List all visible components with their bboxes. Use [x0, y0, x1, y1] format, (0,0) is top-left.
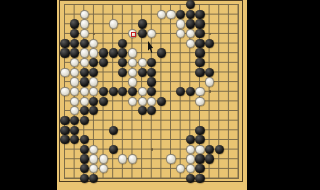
board-intersection[interactable] [234, 154, 244, 164]
board-intersection[interactable] [137, 135, 147, 145]
board-intersection[interactable] [234, 58, 244, 68]
board-intersection[interactable] [108, 96, 118, 106]
board-intersection[interactable] [137, 154, 147, 164]
board-intersection[interactable] [79, 154, 89, 164]
board-intersection[interactable] [234, 96, 244, 106]
board-intersection[interactable] [234, 164, 244, 174]
board-intersection[interactable] [224, 164, 234, 174]
board-intersection[interactable] [214, 106, 224, 116]
board-intersection[interactable] [205, 145, 215, 155]
board-intersection[interactable] [99, 48, 109, 58]
board-intersection[interactable] [176, 135, 186, 145]
board-intersection[interactable] [157, 19, 167, 29]
board-intersection[interactable] [147, 58, 157, 68]
go-playfield[interactable] [60, 0, 243, 183]
board-intersection[interactable] [99, 125, 109, 135]
board-intersection[interactable] [234, 77, 244, 87]
board-intersection[interactable] [157, 96, 167, 106]
board-intersection[interactable] [99, 19, 109, 29]
board-intersection[interactable] [99, 67, 109, 77]
board-intersection[interactable] [137, 174, 147, 184]
board-intersection[interactable] [108, 10, 118, 20]
board-intersection[interactable] [60, 125, 70, 135]
board-intersection[interactable] [70, 19, 80, 29]
board-intersection[interactable] [186, 29, 196, 39]
board-intersection[interactable] [157, 174, 167, 184]
board-intersection[interactable] [166, 10, 176, 20]
board-intersection[interactable] [79, 10, 89, 20]
board-intersection[interactable] [89, 116, 99, 126]
board-intersection[interactable] [79, 67, 89, 77]
board-intersection[interactable] [89, 19, 99, 29]
board-intersection[interactable] [89, 10, 99, 20]
board-intersection[interactable] [70, 164, 80, 174]
board-intersection[interactable] [205, 10, 215, 20]
board-intersection[interactable] [128, 48, 138, 58]
board-intersection[interactable] [147, 77, 157, 87]
board-intersection[interactable] [128, 0, 138, 10]
board-intersection[interactable] [205, 77, 215, 87]
board-intersection[interactable] [147, 19, 157, 29]
board-intersection[interactable] [205, 135, 215, 145]
board-intersection[interactable] [195, 164, 205, 174]
board-intersection[interactable] [214, 164, 224, 174]
board-intersection[interactable] [234, 39, 244, 49]
board-intersection[interactable] [205, 154, 215, 164]
board-intersection[interactable] [195, 87, 205, 97]
board-intersection[interactable] [224, 135, 234, 145]
board-intersection[interactable] [128, 116, 138, 126]
board-intersection[interactable] [137, 87, 147, 97]
board-intersection[interactable] [118, 58, 128, 68]
board-intersection[interactable] [234, 10, 244, 20]
board-intersection[interactable] [224, 10, 234, 20]
board-intersection[interactable] [157, 29, 167, 39]
board-intersection[interactable] [128, 39, 138, 49]
board-intersection[interactable] [89, 154, 99, 164]
board-intersection[interactable] [118, 154, 128, 164]
board-intersection[interactable] [186, 48, 196, 58]
board-intersection[interactable] [108, 0, 118, 10]
board-intersection[interactable] [234, 87, 244, 97]
board-intersection[interactable] [214, 174, 224, 184]
board-intersection[interactable] [205, 48, 215, 58]
board-intersection[interactable] [186, 125, 196, 135]
board-intersection[interactable] [157, 145, 167, 155]
board-intersection[interactable] [166, 67, 176, 77]
board-intersection[interactable] [70, 48, 80, 58]
board-intersection[interactable] [147, 135, 157, 145]
board-intersection[interactable] [99, 29, 109, 39]
board-intersection[interactable] [99, 164, 109, 174]
board-intersection[interactable] [234, 145, 244, 155]
board-intersection[interactable] [166, 125, 176, 135]
board-intersection[interactable] [186, 77, 196, 87]
board-intersection[interactable] [89, 87, 99, 97]
board-intersection[interactable] [205, 116, 215, 126]
board-intersection[interactable] [137, 116, 147, 126]
board-intersection[interactable] [70, 77, 80, 87]
board-intersection[interactable] [89, 145, 99, 155]
board-intersection[interactable] [166, 0, 176, 10]
board-intersection[interactable] [195, 10, 205, 20]
board-intersection[interactable] [214, 39, 224, 49]
board-intersection[interactable] [60, 164, 70, 174]
board-intersection[interactable] [137, 164, 147, 174]
board-intersection[interactable] [157, 135, 167, 145]
board-intersection[interactable] [89, 0, 99, 10]
board-intersection[interactable] [118, 77, 128, 87]
board-intersection[interactable] [205, 58, 215, 68]
board-intersection[interactable] [147, 174, 157, 184]
board-intersection[interactable] [205, 106, 215, 116]
board-intersection[interactable] [195, 29, 205, 39]
board-intersection[interactable] [60, 87, 70, 97]
board-intersection[interactable] [224, 29, 234, 39]
board-intersection[interactable] [89, 96, 99, 106]
board-intersection[interactable] [99, 116, 109, 126]
board-intersection[interactable] [205, 19, 215, 29]
board-intersection[interactable] [214, 145, 224, 155]
board-intersection[interactable] [60, 96, 70, 106]
board-intersection[interactable] [147, 0, 157, 10]
board-intersection[interactable] [176, 77, 186, 87]
board-intersection[interactable] [79, 116, 89, 126]
board-intersection[interactable] [186, 10, 196, 20]
board-intersection[interactable] [89, 48, 99, 58]
board-intersection[interactable] [137, 77, 147, 87]
board-intersection[interactable] [60, 174, 70, 184]
board-intersection[interactable] [214, 116, 224, 126]
board-intersection[interactable] [214, 10, 224, 20]
board-intersection[interactable] [157, 67, 167, 77]
board-intersection[interactable] [214, 58, 224, 68]
board-intersection[interactable] [79, 87, 89, 97]
board-intersection[interactable] [60, 106, 70, 116]
board-intersection[interactable] [89, 29, 99, 39]
board-intersection[interactable] [137, 125, 147, 135]
board-intersection[interactable] [89, 77, 99, 87]
board-intersection[interactable] [79, 77, 89, 87]
board-intersection[interactable] [195, 48, 205, 58]
board-intersection[interactable] [195, 19, 205, 29]
board-intersection[interactable] [147, 96, 157, 106]
board-intersection[interactable] [99, 58, 109, 68]
board-intersection[interactable] [108, 164, 118, 174]
board-intersection[interactable] [89, 174, 99, 184]
board-intersection[interactable] [166, 77, 176, 87]
board-intersection[interactable] [70, 96, 80, 106]
board-intersection[interactable] [137, 96, 147, 106]
board-intersection[interactable] [176, 116, 186, 126]
board-intersection[interactable] [60, 0, 70, 10]
board-intersection[interactable] [214, 19, 224, 29]
board-intersection[interactable] [70, 154, 80, 164]
board-intersection[interactable] [99, 135, 109, 145]
board-intersection[interactable] [79, 96, 89, 106]
board-intersection[interactable] [166, 58, 176, 68]
board-intersection[interactable] [108, 58, 118, 68]
board-intersection[interactable] [137, 10, 147, 20]
board-intersection[interactable] [157, 116, 167, 126]
board-intersection[interactable] [108, 125, 118, 135]
board-intersection[interactable] [108, 154, 118, 164]
board-intersection[interactable] [70, 116, 80, 126]
board-intersection[interactable] [214, 87, 224, 97]
board-intersection[interactable] [99, 0, 109, 10]
board-intersection[interactable] [118, 125, 128, 135]
board-intersection[interactable] [234, 106, 244, 116]
board-intersection[interactable] [70, 135, 80, 145]
board-intersection[interactable] [128, 10, 138, 20]
board-intersection[interactable] [186, 154, 196, 164]
board-intersection[interactable] [205, 29, 215, 39]
board-intersection[interactable] [166, 19, 176, 29]
board-intersection[interactable] [128, 135, 138, 145]
board-intersection[interactable] [157, 39, 167, 49]
board-intersection[interactable] [60, 145, 70, 155]
board-intersection[interactable] [157, 10, 167, 20]
board-intersection[interactable] [176, 145, 186, 155]
board-intersection[interactable] [99, 154, 109, 164]
board-intersection[interactable] [118, 0, 128, 10]
board-intersection[interactable] [118, 106, 128, 116]
board-intersection[interactable] [186, 96, 196, 106]
board-intersection[interactable] [205, 39, 215, 49]
board-intersection[interactable] [118, 96, 128, 106]
board-intersection[interactable] [195, 67, 205, 77]
board-intersection[interactable] [60, 135, 70, 145]
board-intersection[interactable] [176, 174, 186, 184]
board-intersection[interactable] [176, 39, 186, 49]
board-intersection[interactable] [128, 67, 138, 77]
board-intersection[interactable] [176, 67, 186, 77]
board-intersection[interactable] [118, 29, 128, 39]
board-intersection[interactable] [128, 29, 138, 39]
board-intersection[interactable] [70, 10, 80, 20]
board-intersection[interactable] [166, 164, 176, 174]
board-intersection[interactable] [99, 174, 109, 184]
board-intersection[interactable] [234, 19, 244, 29]
board-intersection[interactable] [89, 106, 99, 116]
board-intersection[interactable] [176, 48, 186, 58]
board-intersection[interactable] [128, 87, 138, 97]
board-intersection[interactable] [89, 39, 99, 49]
board-intersection[interactable] [195, 58, 205, 68]
board-intersection[interactable] [99, 39, 109, 49]
board-intersection[interactable] [195, 39, 205, 49]
board-intersection[interactable] [195, 0, 205, 10]
board-intersection[interactable] [70, 106, 80, 116]
board-intersection[interactable] [137, 106, 147, 116]
board-intersection[interactable] [147, 164, 157, 174]
board-intersection[interactable] [224, 77, 234, 87]
board-intersection[interactable] [176, 19, 186, 29]
board-intersection[interactable] [60, 58, 70, 68]
board-intersection[interactable] [60, 116, 70, 126]
board-intersection[interactable] [176, 0, 186, 10]
board-intersection[interactable] [166, 29, 176, 39]
board-intersection[interactable] [137, 67, 147, 77]
board-intersection[interactable] [224, 67, 234, 77]
board-intersection[interactable] [205, 125, 215, 135]
board-intersection[interactable] [147, 87, 157, 97]
board-intersection[interactable] [166, 48, 176, 58]
board-intersection[interactable] [157, 0, 167, 10]
board-intersection[interactable] [147, 10, 157, 20]
board-intersection[interactable] [214, 135, 224, 145]
board-intersection[interactable] [157, 154, 167, 164]
board-intersection[interactable] [205, 174, 215, 184]
board-intersection[interactable] [186, 87, 196, 97]
board-intersection[interactable] [89, 67, 99, 77]
board-intersection[interactable] [108, 116, 118, 126]
board-intersection[interactable] [60, 77, 70, 87]
board-intersection[interactable] [79, 19, 89, 29]
board-intersection[interactable] [186, 39, 196, 49]
board-intersection[interactable] [128, 174, 138, 184]
board-intersection[interactable] [214, 67, 224, 77]
board-intersection[interactable] [70, 145, 80, 155]
board-intersection[interactable] [224, 87, 234, 97]
board-intersection[interactable] [89, 125, 99, 135]
board-intersection[interactable] [89, 164, 99, 174]
board-intersection[interactable] [214, 0, 224, 10]
board-intersection[interactable] [147, 106, 157, 116]
board-intersection[interactable] [224, 154, 234, 164]
board-intersection[interactable] [166, 116, 176, 126]
board-intersection[interactable] [147, 154, 157, 164]
board-intersection[interactable] [79, 164, 89, 174]
board-intersection[interactable] [186, 106, 196, 116]
board-intersection[interactable] [205, 67, 215, 77]
board-intersection[interactable] [118, 67, 128, 77]
board-intersection[interactable] [234, 0, 244, 10]
board-intersection[interactable] [99, 77, 109, 87]
board-intersection[interactable] [224, 116, 234, 126]
board-intersection[interactable] [195, 174, 205, 184]
board-intersection[interactable] [176, 29, 186, 39]
board-intersection[interactable] [224, 106, 234, 116]
board-intersection[interactable] [214, 29, 224, 39]
board-intersection[interactable] [234, 48, 244, 58]
board-intersection[interactable] [60, 39, 70, 49]
board-intersection[interactable] [195, 77, 205, 87]
board-intersection[interactable] [60, 10, 70, 20]
board-intersection[interactable] [99, 106, 109, 116]
board-intersection[interactable] [157, 164, 167, 174]
board-intersection[interactable] [70, 58, 80, 68]
board-intersection[interactable] [186, 19, 196, 29]
board-intersection[interactable] [70, 29, 80, 39]
board-intersection[interactable] [186, 58, 196, 68]
board-intersection[interactable] [176, 154, 186, 164]
board-intersection[interactable] [99, 10, 109, 20]
board-intersection[interactable] [166, 39, 176, 49]
board-intersection[interactable] [214, 96, 224, 106]
board-intersection[interactable] [60, 29, 70, 39]
board-intersection[interactable] [128, 164, 138, 174]
board-intersection[interactable] [166, 87, 176, 97]
board-intersection[interactable] [118, 10, 128, 20]
board-intersection[interactable] [108, 87, 118, 97]
board-intersection[interactable] [108, 174, 118, 184]
board-intersection[interactable] [137, 58, 147, 68]
board-intersection[interactable] [234, 29, 244, 39]
board-intersection[interactable] [89, 135, 99, 145]
board-intersection[interactable] [234, 116, 244, 126]
board-intersection[interactable] [224, 96, 234, 106]
board-intersection[interactable] [166, 154, 176, 164]
board-intersection[interactable] [99, 87, 109, 97]
board-intersection[interactable] [147, 116, 157, 126]
board-intersection[interactable] [137, 19, 147, 29]
board-intersection[interactable] [60, 154, 70, 164]
board-intersection[interactable] [157, 48, 167, 58]
board-intersection[interactable] [79, 135, 89, 145]
board-intersection[interactable] [99, 145, 109, 155]
board-intersection[interactable] [79, 0, 89, 10]
board-intersection[interactable] [128, 106, 138, 116]
board-intersection[interactable] [186, 0, 196, 10]
board-intersection[interactable] [128, 58, 138, 68]
board-intersection[interactable] [195, 116, 205, 126]
board-intersection[interactable] [205, 164, 215, 174]
board-intersection[interactable] [186, 116, 196, 126]
board-intersection[interactable] [147, 145, 157, 155]
board-intersection[interactable] [79, 145, 89, 155]
board-intersection[interactable] [128, 154, 138, 164]
board-intersection[interactable] [176, 10, 186, 20]
board-intersection[interactable] [118, 145, 128, 155]
board-intersection[interactable] [99, 96, 109, 106]
board-intersection[interactable] [147, 67, 157, 77]
board-intersection[interactable] [70, 125, 80, 135]
board-intersection[interactable] [176, 96, 186, 106]
board-intersection[interactable] [137, 29, 147, 39]
board-intersection[interactable] [157, 125, 167, 135]
board-intersection[interactable] [157, 106, 167, 116]
board-intersection[interactable] [147, 29, 157, 39]
board-intersection[interactable] [147, 125, 157, 135]
board-intersection[interactable] [118, 39, 128, 49]
board-intersection[interactable] [205, 0, 215, 10]
board-intersection[interactable] [176, 164, 186, 174]
board-intersection[interactable] [205, 87, 215, 97]
board-intersection[interactable] [137, 48, 147, 58]
board-intersection[interactable] [205, 96, 215, 106]
board-intersection[interactable] [214, 48, 224, 58]
board-intersection[interactable] [118, 135, 128, 145]
board-intersection[interactable] [224, 58, 234, 68]
board-intersection[interactable] [60, 67, 70, 77]
board-intersection[interactable] [108, 135, 118, 145]
board-intersection[interactable] [79, 39, 89, 49]
board-intersection[interactable] [118, 164, 128, 174]
board-intersection[interactable] [224, 39, 234, 49]
board-intersection[interactable] [166, 106, 176, 116]
board-intersection[interactable] [176, 58, 186, 68]
board-intersection[interactable] [137, 0, 147, 10]
board-intersection[interactable] [195, 145, 205, 155]
board-intersection[interactable] [224, 174, 234, 184]
board-intersection[interactable] [108, 48, 118, 58]
board-intersection[interactable] [118, 116, 128, 126]
board-intersection[interactable] [60, 48, 70, 58]
board-intersection[interactable] [128, 19, 138, 29]
board-intersection[interactable] [224, 0, 234, 10]
board-intersection[interactable] [166, 96, 176, 106]
